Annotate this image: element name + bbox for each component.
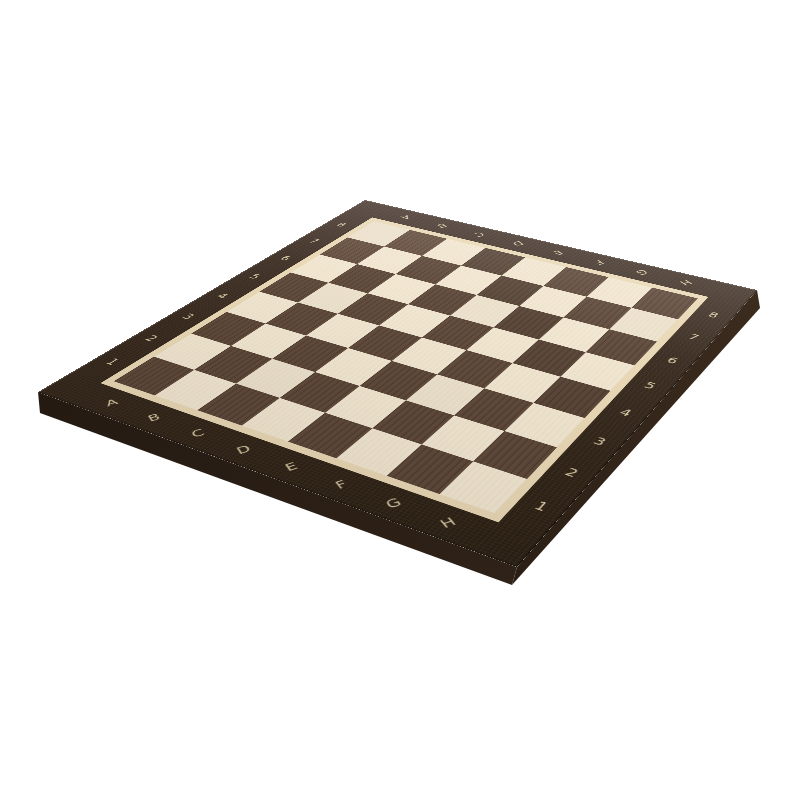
rank-label-right-6-text: 6 — [665, 356, 680, 365]
file-label-far-b-text: B — [435, 223, 448, 229]
rank-label-left-5-text: 5 — [248, 273, 263, 280]
rank-label-left-2-text: 2 — [143, 334, 160, 342]
rank-label-right-7-text: 7 — [687, 333, 701, 342]
rank-label-left-6-text: 6 — [278, 255, 293, 262]
rank-label-right-2-text: 2 — [563, 466, 581, 478]
file-label-near-h-text: H — [437, 516, 458, 530]
file-label-far-h-text: H — [677, 279, 693, 287]
file-label-near-e-text: E — [283, 461, 300, 473]
file-label-far-g-text: G — [633, 268, 649, 275]
file-label-far-e-text: E — [551, 249, 565, 256]
rank-label-left-3-text: 3 — [180, 312, 197, 320]
rank-label-right-1-text: 1 — [532, 500, 551, 513]
file-label-far-a-text: A — [399, 214, 412, 220]
rank-label-right-4-text: 4 — [618, 407, 634, 417]
file-label-far-f-text: F — [592, 259, 605, 266]
file-label-near-g-text: G — [383, 496, 403, 510]
file-label-near-b-text: B — [146, 412, 162, 423]
product-photo-stage: AA11BB22CC33DD44EE55FF66GG77HH88 — [0, 0, 800, 800]
rank-label-left-1-text: 1 — [104, 357, 122, 366]
file-label-near-d-text: D — [234, 444, 252, 456]
rank-label-right-3-text: 3 — [591, 436, 608, 447]
rank-label-left-4-text: 4 — [215, 292, 231, 299]
file-label-far-c-text: C — [472, 231, 486, 237]
file-label-near-a-text: A — [104, 397, 119, 407]
file-label-far-d-text: D — [510, 240, 525, 247]
rank-label-right-8-text: 8 — [707, 311, 721, 319]
file-label-near-f-text: F — [333, 479, 349, 491]
rank-label-left-7-text: 7 — [307, 238, 321, 244]
rank-label-right-5-text: 5 — [642, 381, 658, 391]
file-label-near-c-text: C — [189, 428, 205, 439]
rank-label-left-8-text: 8 — [335, 222, 349, 228]
